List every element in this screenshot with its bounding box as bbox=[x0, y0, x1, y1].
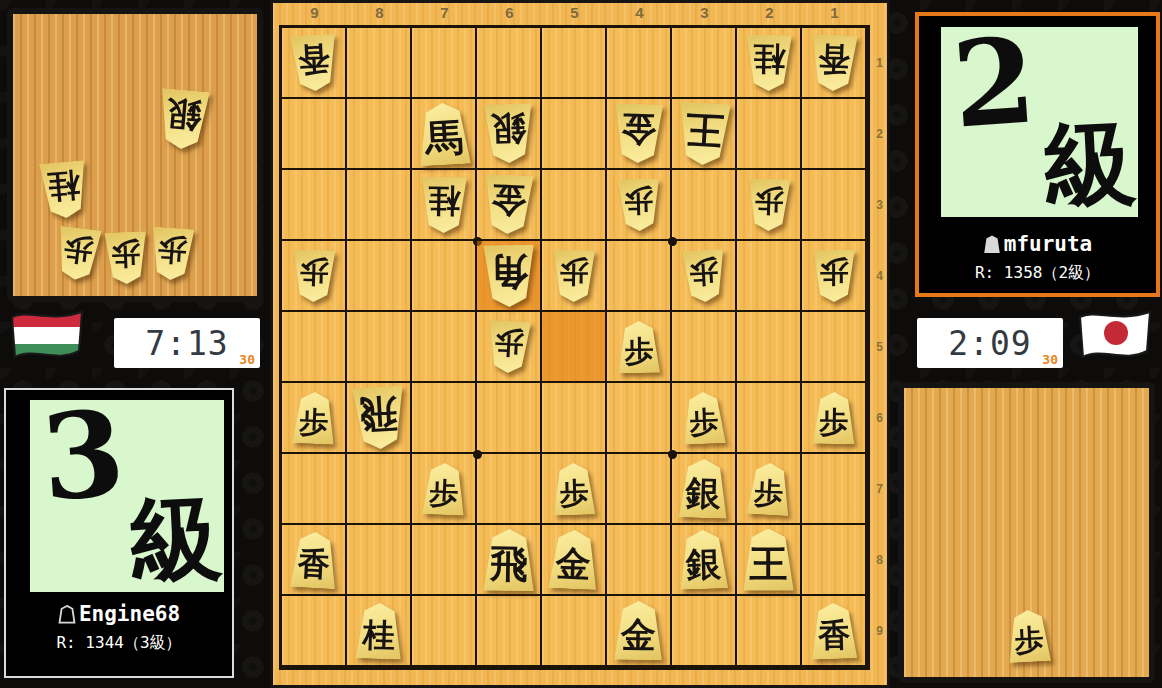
piece-face: 歩 bbox=[811, 250, 857, 302]
piece-face: 角 bbox=[480, 244, 537, 307]
piece-kanji: 歩 bbox=[298, 257, 328, 295]
piece-7c-桂[interactable]: 桂 bbox=[419, 177, 469, 233]
square-6h[interactable]: 飛 bbox=[477, 525, 542, 596]
piece-face: 歩 bbox=[744, 461, 793, 515]
piece-kanji: 銀 bbox=[685, 538, 721, 582]
square-8b[interactable] bbox=[347, 99, 412, 170]
piece-4b-金[interactable]: 金 bbox=[612, 104, 665, 163]
square-3b[interactable]: 王 bbox=[672, 99, 737, 170]
square-8d[interactable] bbox=[347, 241, 412, 312]
piece-face: 金 bbox=[611, 103, 666, 163]
piece-5h-金[interactable]: 金 bbox=[547, 530, 600, 589]
piece-face: 歩 bbox=[550, 249, 597, 302]
square-8f[interactable]: 飛 bbox=[347, 383, 412, 454]
rank-label-7: 7 bbox=[873, 454, 886, 525]
gote-player-card: 3 級 Engine68 R: 1344（3級） bbox=[4, 388, 234, 678]
piece-face: 歩 bbox=[419, 462, 467, 516]
square-7g[interactable]: 歩 bbox=[412, 454, 477, 525]
piece-face: 歩 bbox=[679, 391, 727, 445]
square-9f[interactable]: 歩 bbox=[282, 383, 347, 454]
square-6b[interactable]: 銀 bbox=[477, 99, 542, 170]
piece-kanji: 銀 bbox=[490, 112, 526, 156]
square-6i[interactable] bbox=[477, 596, 542, 667]
square-3h[interactable]: 銀 bbox=[672, 525, 737, 596]
file-label-5: 5 bbox=[542, 4, 607, 21]
piece-kanji: 歩 bbox=[688, 256, 719, 295]
piece-kanji: 桂 bbox=[427, 184, 460, 224]
piece-kanji: 金 bbox=[621, 609, 657, 652]
piece-face: 歩 bbox=[810, 391, 857, 444]
piece-1a-香[interactable]: 香 bbox=[809, 35, 859, 91]
hand-gote-歩[interactable]: 歩 bbox=[149, 228, 195, 280]
piece-kanji: 金 bbox=[555, 537, 592, 581]
piece-face: 銀 bbox=[155, 88, 213, 151]
piece-face: 香 bbox=[287, 530, 340, 589]
square-1g[interactable] bbox=[802, 454, 867, 525]
piece-6c-金[interactable]: 金 bbox=[482, 175, 535, 234]
sente-player-name[interactable]: mfuruta bbox=[919, 232, 1156, 256]
file-label-8: 8 bbox=[347, 4, 412, 21]
piece-face: 香 bbox=[807, 33, 859, 91]
square-8a[interactable] bbox=[347, 28, 412, 99]
piece-kanji: 飛 bbox=[358, 393, 399, 441]
piece-face: 歩 bbox=[52, 225, 104, 282]
gote-player-name-text: Engine68 bbox=[79, 602, 180, 626]
square-7e[interactable] bbox=[412, 312, 477, 383]
sente-byoyomi: 30 bbox=[1042, 352, 1058, 367]
piece-9f-歩[interactable]: 歩 bbox=[291, 392, 337, 444]
piece-face: 飛 bbox=[480, 528, 537, 591]
square-2c[interactable]: 歩 bbox=[737, 170, 802, 241]
square-5i[interactable] bbox=[542, 596, 607, 667]
piece-kanji: 馬 bbox=[423, 109, 464, 157]
piece-3g-銀[interactable]: 銀 bbox=[677, 459, 730, 518]
piece-8i-桂[interactable]: 桂 bbox=[354, 603, 404, 659]
gote-rank-kanji: 級 bbox=[127, 476, 224, 592]
piece-7g-歩[interactable]: 歩 bbox=[421, 463, 467, 515]
square-9e[interactable] bbox=[282, 312, 347, 383]
square-3a[interactable] bbox=[672, 28, 737, 99]
square-2b[interactable] bbox=[737, 99, 802, 170]
file-label-6: 6 bbox=[477, 4, 542, 21]
piece-2a-桂[interactable]: 桂 bbox=[744, 35, 794, 91]
piece-3f-歩[interactable]: 歩 bbox=[681, 392, 727, 444]
piece-face: 歩 bbox=[745, 178, 792, 231]
piece-6e-歩[interactable]: 歩 bbox=[486, 321, 532, 373]
rank-labels: 123456789 bbox=[873, 28, 886, 667]
square-7h[interactable] bbox=[412, 525, 477, 596]
square-1e[interactable] bbox=[802, 312, 867, 383]
piece-3h-銀[interactable]: 銀 bbox=[677, 530, 730, 589]
piece-kanji: 歩 bbox=[298, 398, 329, 436]
piece-9d-歩[interactable]: 歩 bbox=[291, 250, 337, 302]
square-4i[interactable]: 金 bbox=[607, 596, 672, 667]
square-9i[interactable] bbox=[282, 596, 347, 667]
square-7a[interactable] bbox=[412, 28, 477, 99]
piece-9h-香[interactable]: 香 bbox=[289, 532, 339, 588]
piece-1d-歩[interactable]: 歩 bbox=[811, 250, 857, 302]
piece-4e-歩[interactable]: 歩 bbox=[616, 321, 662, 373]
piece-8f-飛[interactable]: 飛 bbox=[351, 387, 407, 449]
square-2e[interactable] bbox=[737, 312, 802, 383]
piece-kanji: 角 bbox=[489, 252, 528, 299]
piece-face: 飛 bbox=[349, 385, 408, 450]
square-3e[interactable] bbox=[672, 312, 737, 383]
square-5d[interactable]: 歩 bbox=[542, 241, 607, 312]
square-8h[interactable] bbox=[347, 525, 412, 596]
hand-gote-歩[interactable]: 歩 bbox=[103, 232, 149, 284]
gote-player-rating: R: 1344（3級） bbox=[6, 633, 232, 654]
file-label-7: 7 bbox=[412, 4, 477, 21]
piece-1i-香[interactable]: 香 bbox=[809, 603, 859, 659]
piece-kanji: 歩 bbox=[1014, 617, 1045, 655]
piece-2g-歩[interactable]: 歩 bbox=[746, 463, 792, 515]
square-3d[interactable]: 歩 bbox=[672, 241, 737, 312]
piece-face: 桂 bbox=[743, 34, 794, 91]
shogi-game-screen: 銀桂歩歩歩 7:13 30 3 級 Engine68 R: 1344（ bbox=[0, 0, 1162, 688]
piece-kanji: 桂 bbox=[362, 610, 395, 651]
square-4e[interactable]: 歩 bbox=[607, 312, 672, 383]
piece-kanji: 歩 bbox=[61, 234, 94, 274]
square-2g[interactable]: 歩 bbox=[737, 454, 802, 525]
file-label-2: 2 bbox=[737, 4, 802, 21]
square-4h[interactable] bbox=[607, 525, 672, 596]
piece-face: 銀 bbox=[676, 458, 731, 518]
rank-label-6: 6 bbox=[873, 383, 886, 454]
square-5h[interactable]: 金 bbox=[542, 525, 607, 596]
gote-byoyomi: 30 bbox=[239, 352, 255, 367]
square-2i[interactable] bbox=[737, 596, 802, 667]
piece-2h-王[interactable]: 王 bbox=[741, 529, 797, 591]
rank-label-4: 4 bbox=[873, 241, 886, 312]
gote-clock-time: 7:13 bbox=[145, 324, 228, 363]
file-labels: 987654321 bbox=[282, 4, 867, 21]
piece-face: 桂 bbox=[37, 160, 92, 220]
square-9c[interactable] bbox=[282, 170, 347, 241]
piece-4i-金[interactable]: 金 bbox=[612, 601, 665, 660]
japan-flag-icon bbox=[1076, 307, 1154, 367]
hand-gote-歩[interactable]: 歩 bbox=[55, 228, 101, 280]
square-5e[interactable] bbox=[542, 312, 607, 383]
piece-face: 銀 bbox=[676, 529, 731, 589]
square-9a[interactable]: 香 bbox=[282, 28, 347, 99]
piece-kanji: 歩 bbox=[111, 239, 141, 277]
piece-face: 桂 bbox=[353, 602, 405, 659]
piece-kanji: 桂 bbox=[46, 169, 81, 212]
piece-face: 歩 bbox=[290, 249, 337, 302]
square-5a[interactable] bbox=[542, 28, 607, 99]
square-2f[interactable] bbox=[737, 383, 802, 454]
square-5f[interactable] bbox=[542, 383, 607, 454]
piece-face: 歩 bbox=[550, 462, 597, 515]
square-3f[interactable]: 歩 bbox=[672, 383, 737, 454]
piece-face: 歩 bbox=[679, 248, 728, 302]
piece-4c-歩[interactable]: 歩 bbox=[616, 179, 662, 231]
hand-sente-歩[interactable]: 歩 bbox=[1006, 610, 1052, 662]
piece-kanji: 飛 bbox=[489, 536, 528, 583]
piece-face: 歩 bbox=[147, 226, 197, 281]
square-4d[interactable] bbox=[607, 241, 672, 312]
piece-face: 歩 bbox=[615, 320, 662, 373]
piece-kanji: 歩 bbox=[493, 327, 524, 366]
piece-6b-銀[interactable]: 銀 bbox=[482, 104, 535, 163]
piece-face: 香 bbox=[808, 602, 860, 659]
piece-face: 金 bbox=[546, 529, 601, 590]
piece-kanji: 歩 bbox=[156, 235, 188, 274]
square-1a[interactable]: 香 bbox=[802, 28, 867, 99]
piece-3b-王[interactable]: 王 bbox=[676, 103, 732, 165]
gote-captured-tray: 銀桂歩歩歩 bbox=[7, 8, 263, 302]
gote-rank-badge: 3 級 bbox=[30, 400, 224, 592]
rank-label-8: 8 bbox=[873, 525, 886, 596]
piece-6h-飛[interactable]: 飛 bbox=[481, 529, 537, 591]
square-6g[interactable] bbox=[477, 454, 542, 525]
square-6a[interactable] bbox=[477, 28, 542, 99]
piece-face: 香 bbox=[287, 33, 340, 92]
square-7i[interactable] bbox=[412, 596, 477, 667]
rank-label-3: 3 bbox=[873, 170, 886, 241]
square-6f[interactable] bbox=[477, 383, 542, 454]
piece-kanji: 銀 bbox=[164, 97, 203, 143]
piece-face: 歩 bbox=[484, 319, 533, 373]
sente-player-name-text: mfuruta bbox=[1004, 232, 1093, 256]
square-1h[interactable] bbox=[802, 525, 867, 596]
board-grid: 香桂香馬銀金王桂金歩歩歩角歩歩歩歩歩歩飛歩歩歩歩銀歩香飛金銀王桂金香 bbox=[279, 25, 870, 670]
gote-player-name[interactable]: Engine68 bbox=[6, 602, 232, 626]
square-2d[interactable] bbox=[737, 241, 802, 312]
piece-3d-歩[interactable]: 歩 bbox=[681, 250, 727, 302]
hand-gote-桂[interactable]: 桂 bbox=[39, 162, 89, 218]
square-8g[interactable] bbox=[347, 454, 412, 525]
piece-5g-歩[interactable]: 歩 bbox=[551, 463, 597, 515]
square-8c[interactable] bbox=[347, 170, 412, 241]
piece-face: 王 bbox=[674, 101, 733, 166]
sente-player-rating: R: 1358（2級） bbox=[919, 263, 1156, 284]
piece-kanji: 香 bbox=[296, 42, 330, 84]
piece-kanji: 香 bbox=[817, 42, 851, 83]
square-4c[interactable]: 歩 bbox=[607, 170, 672, 241]
square-9b[interactable] bbox=[282, 99, 347, 170]
square-3i[interactable] bbox=[672, 596, 737, 667]
square-1d[interactable]: 歩 bbox=[802, 241, 867, 312]
gote-rank-number: 3 bbox=[37, 400, 129, 528]
square-3g[interactable]: 銀 bbox=[672, 454, 737, 525]
square-9d[interactable]: 歩 bbox=[282, 241, 347, 312]
piece-kanji: 歩 bbox=[819, 257, 848, 294]
piece-kanji: 歩 bbox=[688, 398, 719, 436]
sente-piece-icon bbox=[983, 234, 1001, 254]
square-3c[interactable] bbox=[672, 170, 737, 241]
sente-captured-tray: 歩 bbox=[898, 382, 1155, 683]
piece-kanji: 金 bbox=[620, 112, 656, 156]
piece-kanji: 王 bbox=[750, 537, 788, 583]
square-5c[interactable] bbox=[542, 170, 607, 241]
square-6e[interactable]: 歩 bbox=[477, 312, 542, 383]
square-5g[interactable]: 歩 bbox=[542, 454, 607, 525]
rank-label-1: 1 bbox=[873, 28, 886, 99]
piece-kanji: 歩 bbox=[753, 186, 783, 224]
square-4f[interactable] bbox=[607, 383, 672, 454]
square-7f[interactable] bbox=[412, 383, 477, 454]
piece-7b-馬[interactable]: 馬 bbox=[416, 103, 472, 165]
square-6c[interactable]: 金 bbox=[477, 170, 542, 241]
piece-face: 銀 bbox=[481, 103, 536, 163]
file-label-9: 9 bbox=[282, 4, 347, 21]
rank-label-2: 2 bbox=[873, 99, 886, 170]
square-9h[interactable]: 香 bbox=[282, 525, 347, 596]
piece-face: 王 bbox=[741, 529, 797, 591]
square-1b[interactable] bbox=[802, 99, 867, 170]
square-8i[interactable]: 桂 bbox=[347, 596, 412, 667]
square-5b[interactable] bbox=[542, 99, 607, 170]
piece-face: 桂 bbox=[418, 176, 469, 233]
piece-kanji: 王 bbox=[683, 109, 724, 157]
square-8e[interactable] bbox=[347, 312, 412, 383]
piece-kanji: 銀 bbox=[685, 467, 721, 511]
square-7b[interactable]: 馬 bbox=[412, 99, 477, 170]
sente-clock: 2:09 30 bbox=[917, 318, 1063, 368]
piece-1f-歩[interactable]: 歩 bbox=[811, 392, 857, 444]
piece-face: 歩 bbox=[289, 391, 337, 445]
square-1f[interactable]: 歩 bbox=[802, 383, 867, 454]
piece-face: 歩 bbox=[1005, 609, 1054, 663]
piece-kanji: 金 bbox=[490, 182, 527, 226]
piece-kanji: 歩 bbox=[753, 469, 784, 508]
square-2a[interactable]: 桂 bbox=[737, 28, 802, 99]
piece-face: 歩 bbox=[102, 231, 150, 285]
piece-6d-角[interactable]: 角 bbox=[481, 245, 537, 307]
piece-kanji: 歩 bbox=[428, 469, 459, 507]
file-label-1: 1 bbox=[802, 4, 867, 21]
square-2h[interactable]: 王 bbox=[737, 525, 802, 596]
sente-rank-badge: 2 級 bbox=[941, 27, 1138, 217]
shogi-board: 987654321 香桂香馬銀金王桂金歩歩歩角歩歩歩歩歩歩飛歩歩歩歩銀歩香飛金銀… bbox=[270, 0, 890, 688]
piece-face: 金 bbox=[481, 174, 536, 235]
square-9g[interactable] bbox=[282, 454, 347, 525]
file-label-4: 4 bbox=[607, 4, 672, 21]
gote-piece-icon bbox=[58, 604, 76, 624]
piece-kanji: 歩 bbox=[558, 470, 588, 508]
piece-face: 金 bbox=[612, 601, 666, 661]
sente-player-card: 2 級 mfuruta R: 1358（2級） bbox=[915, 12, 1160, 297]
piece-9a-香[interactable]: 香 bbox=[289, 35, 339, 91]
piece-kanji: 桂 bbox=[752, 42, 785, 82]
square-1i[interactable]: 香 bbox=[802, 596, 867, 667]
sente-clock-time: 2:09 bbox=[948, 324, 1031, 363]
gote-clock: 7:13 30 bbox=[114, 318, 260, 368]
piece-kanji: 香 bbox=[817, 610, 850, 651]
piece-kanji: 歩 bbox=[623, 186, 653, 224]
piece-face: 馬 bbox=[414, 101, 473, 166]
piece-face: 歩 bbox=[615, 178, 662, 231]
square-4a[interactable] bbox=[607, 28, 672, 99]
piece-5d-歩[interactable]: 歩 bbox=[551, 250, 597, 302]
piece-kanji: 歩 bbox=[819, 399, 849, 436]
piece-kanji: 歩 bbox=[559, 257, 589, 294]
rank-label-5: 5 bbox=[873, 312, 886, 383]
piece-kanji: 歩 bbox=[624, 328, 654, 365]
square-7c[interactable]: 桂 bbox=[412, 170, 477, 241]
sente-rank-kanji: 級 bbox=[1041, 101, 1138, 217]
hand-gote-銀[interactable]: 銀 bbox=[157, 90, 210, 149]
square-1c[interactable] bbox=[802, 170, 867, 241]
square-7d[interactable] bbox=[412, 241, 477, 312]
file-label-3: 3 bbox=[672, 4, 737, 21]
square-4b[interactable]: 金 bbox=[607, 99, 672, 170]
rank-label-9: 9 bbox=[873, 596, 886, 667]
hungary-flag-icon bbox=[8, 307, 86, 367]
piece-kanji: 香 bbox=[296, 539, 330, 581]
sente-rank-number: 2 bbox=[948, 27, 1040, 155]
square-6d[interactable]: 角 bbox=[477, 241, 542, 312]
piece-2c-歩[interactable]: 歩 bbox=[746, 179, 792, 231]
square-4g[interactable] bbox=[607, 454, 672, 525]
